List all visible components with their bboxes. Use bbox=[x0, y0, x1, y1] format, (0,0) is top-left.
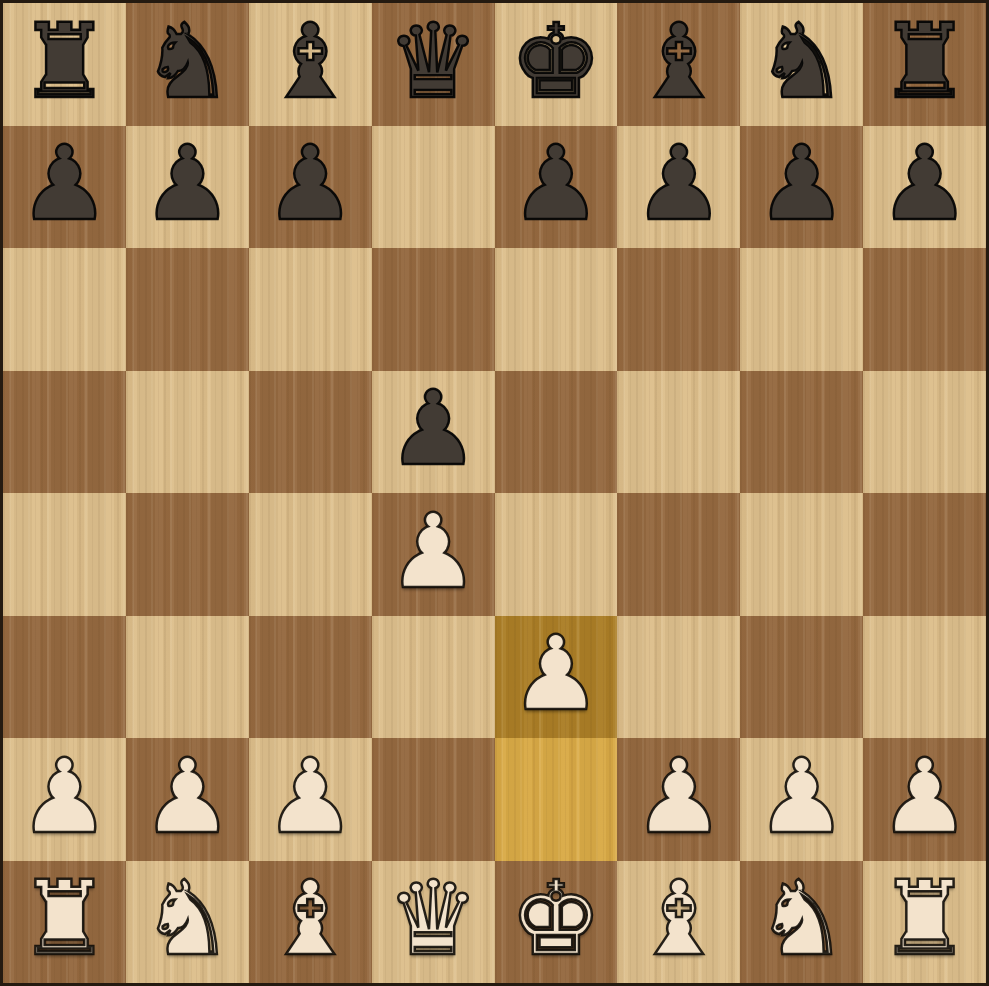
square-h3[interactable] bbox=[863, 616, 986, 739]
white-pawn[interactable]: ♟ bbox=[633, 745, 725, 848]
square-g2[interactable]: ♟ bbox=[740, 738, 863, 861]
chess-board-frame: ♜♞♝♛♚♝♞♜♟♟♟♟♟♟♟♟♟♟♟♟♟♟♟♟♜♞♝♛♚♝♞♜ bbox=[0, 0, 989, 986]
square-g4[interactable] bbox=[740, 493, 863, 616]
square-c3[interactable] bbox=[249, 616, 372, 739]
square-f2[interactable]: ♟ bbox=[617, 738, 740, 861]
black-pawn[interactable]: ♟ bbox=[633, 132, 725, 235]
square-g7[interactable]: ♟ bbox=[740, 126, 863, 249]
black-bishop[interactable]: ♝ bbox=[633, 10, 725, 113]
white-pawn[interactable]: ♟ bbox=[264, 745, 356, 848]
square-g5[interactable] bbox=[740, 371, 863, 494]
square-b5[interactable] bbox=[126, 371, 249, 494]
square-d8[interactable]: ♛ bbox=[372, 3, 495, 126]
square-g3[interactable] bbox=[740, 616, 863, 739]
white-pawn[interactable]: ♟ bbox=[756, 745, 848, 848]
white-pawn[interactable]: ♟ bbox=[878, 745, 970, 848]
square-e5[interactable] bbox=[495, 371, 618, 494]
white-queen[interactable]: ♛ bbox=[387, 867, 479, 970]
white-king[interactable]: ♚ bbox=[510, 867, 602, 970]
square-a3[interactable] bbox=[3, 616, 126, 739]
white-bishop[interactable]: ♝ bbox=[633, 867, 725, 970]
square-d2[interactable] bbox=[372, 738, 495, 861]
square-h6[interactable] bbox=[863, 248, 986, 371]
black-pawn[interactable]: ♟ bbox=[510, 132, 602, 235]
black-queen[interactable]: ♛ bbox=[387, 10, 479, 113]
chess-board: ♜♞♝♛♚♝♞♜♟♟♟♟♟♟♟♟♟♟♟♟♟♟♟♟♜♞♝♛♚♝♞♜ bbox=[3, 3, 986, 983]
square-e7[interactable]: ♟ bbox=[495, 126, 618, 249]
square-f3[interactable] bbox=[617, 616, 740, 739]
black-pawn[interactable]: ♟ bbox=[141, 132, 233, 235]
white-bishop[interactable]: ♝ bbox=[264, 867, 356, 970]
square-h4[interactable] bbox=[863, 493, 986, 616]
square-h1[interactable]: ♜ bbox=[863, 861, 986, 984]
square-d5[interactable]: ♟ bbox=[372, 371, 495, 494]
square-d4[interactable]: ♟ bbox=[372, 493, 495, 616]
white-pawn[interactable]: ♟ bbox=[510, 622, 602, 725]
white-knight[interactable]: ♞ bbox=[756, 867, 848, 970]
white-rook[interactable]: ♜ bbox=[878, 867, 970, 970]
square-c4[interactable] bbox=[249, 493, 372, 616]
square-e4[interactable] bbox=[495, 493, 618, 616]
square-e6[interactable] bbox=[495, 248, 618, 371]
square-e1[interactable]: ♚ bbox=[495, 861, 618, 984]
square-c6[interactable] bbox=[249, 248, 372, 371]
square-f8[interactable]: ♝ bbox=[617, 3, 740, 126]
square-e3[interactable]: ♟ bbox=[495, 616, 618, 739]
square-b4[interactable] bbox=[126, 493, 249, 616]
black-pawn[interactable]: ♟ bbox=[756, 132, 848, 235]
square-a8[interactable]: ♜ bbox=[3, 3, 126, 126]
square-b6[interactable] bbox=[126, 248, 249, 371]
white-pawn[interactable]: ♟ bbox=[387, 500, 479, 603]
square-a4[interactable] bbox=[3, 493, 126, 616]
white-pawn[interactable]: ♟ bbox=[18, 745, 110, 848]
black-pawn[interactable]: ♟ bbox=[387, 377, 479, 480]
square-h8[interactable]: ♜ bbox=[863, 3, 986, 126]
square-c2[interactable]: ♟ bbox=[249, 738, 372, 861]
square-e2[interactable] bbox=[495, 738, 618, 861]
square-f1[interactable]: ♝ bbox=[617, 861, 740, 984]
square-b2[interactable]: ♟ bbox=[126, 738, 249, 861]
square-b8[interactable]: ♞ bbox=[126, 3, 249, 126]
square-a7[interactable]: ♟ bbox=[3, 126, 126, 249]
square-g6[interactable] bbox=[740, 248, 863, 371]
square-b7[interactable]: ♟ bbox=[126, 126, 249, 249]
square-a5[interactable] bbox=[3, 371, 126, 494]
black-rook[interactable]: ♜ bbox=[18, 10, 110, 113]
white-rook[interactable]: ♜ bbox=[18, 867, 110, 970]
black-pawn[interactable]: ♟ bbox=[18, 132, 110, 235]
square-b3[interactable] bbox=[126, 616, 249, 739]
black-rook[interactable]: ♜ bbox=[878, 10, 970, 113]
square-b1[interactable]: ♞ bbox=[126, 861, 249, 984]
square-d3[interactable] bbox=[372, 616, 495, 739]
square-a1[interactable]: ♜ bbox=[3, 861, 126, 984]
black-king[interactable]: ♚ bbox=[510, 10, 602, 113]
square-f5[interactable] bbox=[617, 371, 740, 494]
square-h7[interactable]: ♟ bbox=[863, 126, 986, 249]
black-knight[interactable]: ♞ bbox=[141, 10, 233, 113]
black-knight[interactable]: ♞ bbox=[756, 10, 848, 113]
square-c1[interactable]: ♝ bbox=[249, 861, 372, 984]
square-h2[interactable]: ♟ bbox=[863, 738, 986, 861]
square-d6[interactable] bbox=[372, 248, 495, 371]
square-d7[interactable] bbox=[372, 126, 495, 249]
square-g1[interactable]: ♞ bbox=[740, 861, 863, 984]
square-f4[interactable] bbox=[617, 493, 740, 616]
black-pawn[interactable]: ♟ bbox=[878, 132, 970, 235]
square-c8[interactable]: ♝ bbox=[249, 3, 372, 126]
square-c7[interactable]: ♟ bbox=[249, 126, 372, 249]
black-bishop[interactable]: ♝ bbox=[264, 10, 356, 113]
white-pawn[interactable]: ♟ bbox=[141, 745, 233, 848]
square-a2[interactable]: ♟ bbox=[3, 738, 126, 861]
square-c5[interactable] bbox=[249, 371, 372, 494]
square-a6[interactable] bbox=[3, 248, 126, 371]
square-h5[interactable] bbox=[863, 371, 986, 494]
black-pawn[interactable]: ♟ bbox=[264, 132, 356, 235]
square-e8[interactable]: ♚ bbox=[495, 3, 618, 126]
square-g8[interactable]: ♞ bbox=[740, 3, 863, 126]
white-knight[interactable]: ♞ bbox=[141, 867, 233, 970]
square-d1[interactable]: ♛ bbox=[372, 861, 495, 984]
square-f6[interactable] bbox=[617, 248, 740, 371]
square-f7[interactable]: ♟ bbox=[617, 126, 740, 249]
